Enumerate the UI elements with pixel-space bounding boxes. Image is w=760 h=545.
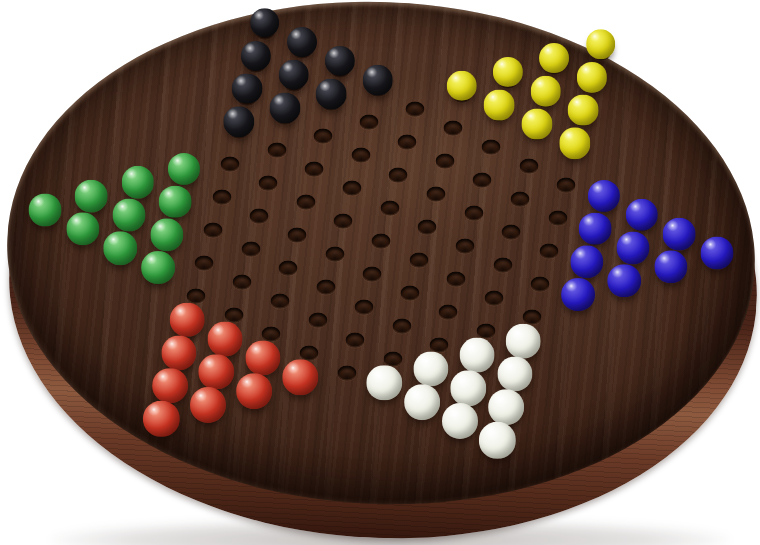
board-hole[interactable]: [372, 233, 391, 248]
blue-marble[interactable]: [617, 231, 650, 264]
board-hole[interactable]: [481, 139, 500, 154]
board-hole[interactable]: [485, 291, 504, 306]
board-hole[interactable]: [531, 277, 550, 292]
board-hole[interactable]: [279, 261, 298, 276]
board-hole[interactable]: [288, 228, 307, 243]
white-marble[interactable]: [404, 384, 440, 420]
black-marble[interactable]: [362, 65, 393, 96]
board-hole[interactable]: [435, 153, 454, 168]
red-marble[interactable]: [152, 368, 188, 404]
board-hole[interactable]: [241, 241, 260, 256]
green-marble[interactable]: [104, 232, 138, 266]
board-hole[interactable]: [540, 244, 559, 259]
board-hole[interactable]: [409, 252, 428, 267]
green-marble[interactable]: [113, 199, 146, 232]
blue-marble[interactable]: [608, 264, 642, 298]
board-hole[interactable]: [221, 156, 240, 171]
white-marble[interactable]: [488, 389, 524, 425]
board-hole[interactable]: [519, 159, 538, 174]
board-hole[interactable]: [464, 205, 483, 220]
yellow-marble[interactable]: [530, 76, 561, 107]
board-hole[interactable]: [380, 200, 399, 215]
board-hole[interactable]: [262, 327, 281, 342]
board-hole[interactable]: [510, 192, 529, 207]
board-hole[interactable]: [195, 255, 214, 270]
board-hole[interactable]: [296, 195, 315, 210]
board-hole[interactable]: [258, 175, 277, 190]
chinese-checkers-product-photo: [0, 0, 760, 545]
blue-marble[interactable]: [561, 278, 595, 312]
green-marble[interactable]: [141, 251, 175, 285]
white-marble[interactable]: [506, 324, 541, 359]
board-hole[interactable]: [502, 225, 521, 240]
black-marble[interactable]: [250, 8, 280, 38]
board-hole[interactable]: [438, 304, 457, 319]
board-hole[interactable]: [548, 211, 567, 226]
board-hole[interactable]: [426, 186, 445, 201]
board-hole[interactable]: [430, 337, 449, 352]
board-hole[interactable]: [397, 134, 416, 149]
board-hole[interactable]: [325, 247, 344, 262]
board-hole[interactable]: [476, 324, 495, 339]
board-hole[interactable]: [522, 310, 541, 325]
black-marble[interactable]: [287, 27, 317, 57]
board-hole[interactable]: [204, 222, 223, 237]
yellow-marble[interactable]: [586, 29, 616, 59]
board-hole[interactable]: [444, 120, 463, 135]
red-marble[interactable]: [190, 387, 226, 423]
yellow-marble[interactable]: [568, 95, 599, 126]
board-hole[interactable]: [212, 189, 231, 204]
green-marble[interactable]: [159, 185, 192, 218]
board-hole[interactable]: [406, 101, 425, 116]
board-hole[interactable]: [250, 208, 269, 223]
board-hole[interactable]: [224, 307, 243, 322]
board-hole[interactable]: [334, 214, 353, 229]
board-hole[interactable]: [389, 167, 408, 182]
board-hole[interactable]: [401, 285, 420, 300]
red-marble[interactable]: [236, 373, 272, 409]
board-hole[interactable]: [351, 148, 370, 163]
board-hole[interactable]: [456, 238, 475, 253]
board-hole[interactable]: [363, 266, 382, 281]
blue-marble[interactable]: [701, 237, 734, 270]
yellow-marble[interactable]: [484, 89, 515, 120]
white-marble[interactable]: [442, 403, 478, 439]
board-hole[interactable]: [337, 365, 356, 380]
board-hole[interactable]: [267, 142, 286, 157]
board-hole[interactable]: [418, 219, 437, 234]
board-hole[interactable]: [233, 274, 252, 289]
board-hole[interactable]: [308, 313, 327, 328]
board-hole[interactable]: [270, 294, 289, 309]
board-hole[interactable]: [383, 351, 402, 366]
board-hole[interactable]: [354, 299, 373, 314]
yellow-marble[interactable]: [539, 43, 569, 73]
board-hole[interactable]: [346, 332, 365, 347]
board-hole[interactable]: [493, 258, 512, 273]
board-hole[interactable]: [557, 178, 576, 193]
black-marble[interactable]: [232, 73, 263, 104]
red-marble[interactable]: [170, 302, 205, 337]
board-hole[interactable]: [186, 288, 205, 303]
yellow-marble[interactable]: [446, 70, 477, 101]
board-hole[interactable]: [305, 162, 324, 177]
board-hole[interactable]: [473, 172, 492, 187]
yellow-marble[interactable]: [522, 109, 553, 140]
board-hole[interactable]: [392, 318, 411, 333]
board-hole[interactable]: [447, 271, 466, 286]
blue-marble[interactable]: [579, 212, 612, 245]
green-marble[interactable]: [29, 193, 62, 226]
green-marble[interactable]: [75, 180, 108, 213]
black-marble[interactable]: [278, 60, 309, 91]
board-hole[interactable]: [342, 181, 361, 196]
blue-marble[interactable]: [663, 218, 696, 251]
board-hole[interactable]: [313, 129, 332, 144]
board-hole[interactable]: [360, 115, 379, 130]
black-marble[interactable]: [270, 92, 301, 123]
board-hole[interactable]: [317, 280, 336, 295]
board-hole[interactable]: [299, 346, 318, 361]
white-marble[interactable]: [459, 338, 494, 373]
black-marble[interactable]: [316, 79, 347, 110]
red-marble[interactable]: [207, 321, 242, 356]
